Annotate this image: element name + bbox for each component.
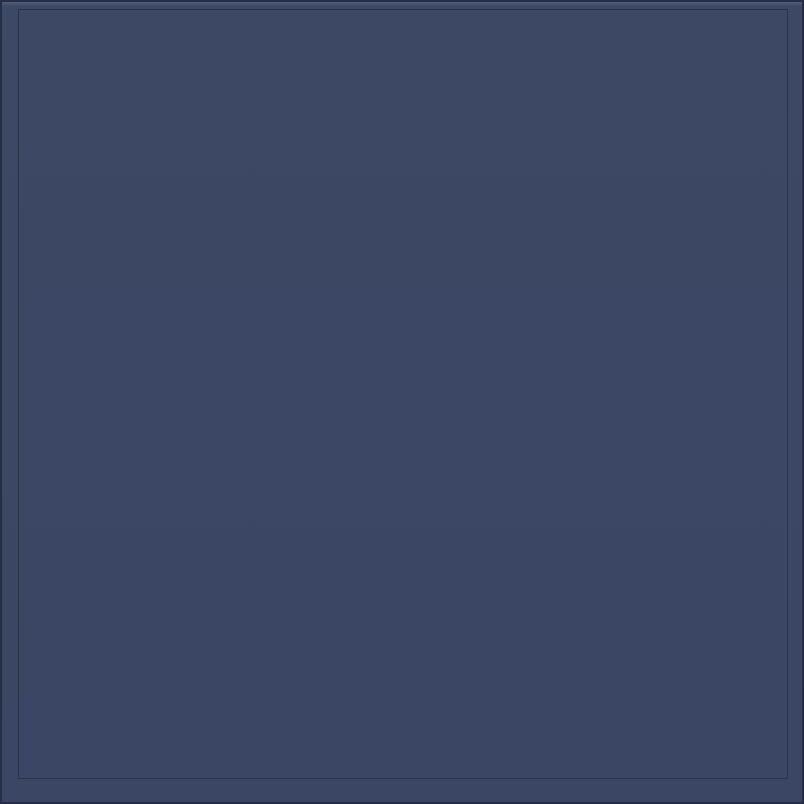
- rank-labels: [0, 10, 19, 778]
- chessboard: [19, 10, 787, 778]
- file-labels: [19, 778, 787, 804]
- chessboard-frame: [0, 0, 804, 804]
